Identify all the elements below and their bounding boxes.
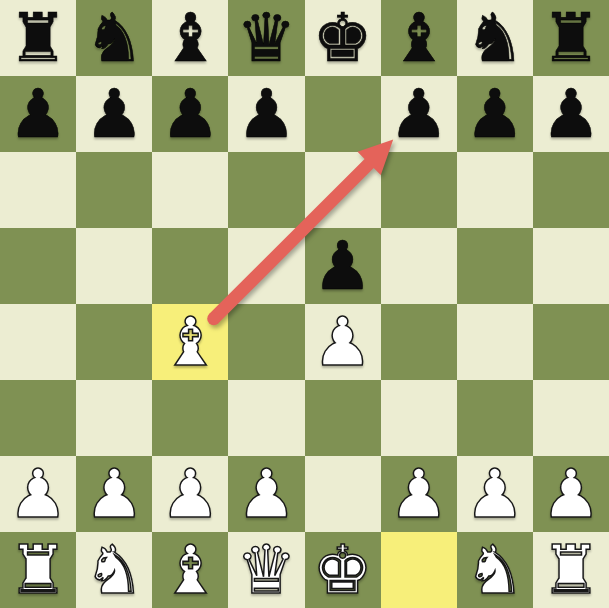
square-c7[interactable]: ♟: [152, 76, 228, 152]
square-b1[interactable]: ♞: [76, 532, 152, 608]
square-c4[interactable]: ♝: [152, 304, 228, 380]
square-e1[interactable]: ♚: [305, 532, 381, 608]
square-f6[interactable]: [381, 152, 457, 228]
piece-white-bishop: ♝: [160, 304, 220, 380]
square-a6[interactable]: [0, 152, 76, 228]
square-h7[interactable]: ♟: [533, 76, 609, 152]
square-g1[interactable]: ♞: [457, 532, 533, 608]
square-g5[interactable]: [457, 228, 533, 304]
square-b3[interactable]: [76, 380, 152, 456]
piece-black-bishop: ♝: [160, 0, 220, 76]
piece-black-pawn: ♟: [541, 76, 601, 152]
square-f2[interactable]: ♟: [381, 456, 457, 532]
piece-white-pawn: ♟: [160, 456, 220, 532]
piece-white-pawn: ♟: [389, 456, 449, 532]
piece-white-bishop: ♝: [160, 532, 220, 608]
square-h1[interactable]: ♜: [533, 532, 609, 608]
piece-white-rook: ♜: [8, 532, 68, 608]
square-d8[interactable]: ♛: [228, 0, 304, 76]
piece-black-king: ♚: [313, 0, 373, 76]
square-h8[interactable]: ♜: [533, 0, 609, 76]
piece-black-pawn: ♟: [84, 76, 144, 152]
square-d1[interactable]: ♛: [228, 532, 304, 608]
square-b2[interactable]: ♟: [76, 456, 152, 532]
square-f7[interactable]: ♟: [381, 76, 457, 152]
square-c3[interactable]: [152, 380, 228, 456]
piece-black-pawn: ♟: [465, 76, 525, 152]
square-e6[interactable]: [305, 152, 381, 228]
piece-black-rook: ♜: [541, 0, 601, 76]
square-f1[interactable]: [381, 532, 457, 608]
piece-black-pawn: ♟: [313, 228, 373, 304]
square-d3[interactable]: [228, 380, 304, 456]
square-h6[interactable]: [533, 152, 609, 228]
square-c2[interactable]: ♟: [152, 456, 228, 532]
piece-white-knight: ♞: [84, 532, 144, 608]
piece-white-knight: ♞: [465, 532, 525, 608]
square-b6[interactable]: [76, 152, 152, 228]
square-g2[interactable]: ♟: [457, 456, 533, 532]
piece-white-king: ♚: [313, 532, 373, 608]
square-h5[interactable]: [533, 228, 609, 304]
piece-black-pawn: ♟: [389, 76, 449, 152]
square-c8[interactable]: ♝: [152, 0, 228, 76]
piece-black-pawn: ♟: [236, 76, 296, 152]
square-d2[interactable]: ♟: [228, 456, 304, 532]
square-a7[interactable]: ♟: [0, 76, 76, 152]
square-c6[interactable]: [152, 152, 228, 228]
square-c5[interactable]: [152, 228, 228, 304]
square-c1[interactable]: ♝: [152, 532, 228, 608]
square-b7[interactable]: ♟: [76, 76, 152, 152]
piece-black-rook: ♜: [8, 0, 68, 76]
square-d6[interactable]: [228, 152, 304, 228]
piece-white-pawn: ♟: [84, 456, 144, 532]
piece-black-pawn: ♟: [8, 76, 68, 152]
square-f8[interactable]: ♝: [381, 0, 457, 76]
piece-black-queen: ♛: [236, 0, 296, 76]
square-f5[interactable]: [381, 228, 457, 304]
square-a1[interactable]: ♜: [0, 532, 76, 608]
square-a4[interactable]: [0, 304, 76, 380]
piece-black-bishop: ♝: [389, 0, 449, 76]
square-g6[interactable]: [457, 152, 533, 228]
square-g4[interactable]: [457, 304, 533, 380]
piece-white-queen: ♛: [236, 532, 296, 608]
square-a8[interactable]: ♜: [0, 0, 76, 76]
piece-white-rook: ♜: [541, 532, 601, 608]
square-a2[interactable]: ♟: [0, 456, 76, 532]
square-e7[interactable]: [305, 76, 381, 152]
square-f4[interactable]: [381, 304, 457, 380]
square-d7[interactable]: ♟: [228, 76, 304, 152]
square-a3[interactable]: [0, 380, 76, 456]
square-e4[interactable]: ♟: [305, 304, 381, 380]
square-h2[interactable]: ♟: [533, 456, 609, 532]
piece-white-pawn: ♟: [236, 456, 296, 532]
square-g7[interactable]: ♟: [457, 76, 533, 152]
square-h4[interactable]: [533, 304, 609, 380]
square-e2[interactable]: [305, 456, 381, 532]
board-grid: ♜♞♝♛♚♝♞♜♟♟♟♟♟♟♟♟♝♟♟♟♟♟♟♟♟♜♞♝♛♚♞♜: [0, 0, 609, 608]
square-a5[interactable]: [0, 228, 76, 304]
square-h3[interactable]: [533, 380, 609, 456]
piece-white-pawn: ♟: [465, 456, 525, 532]
square-e3[interactable]: [305, 380, 381, 456]
square-e5[interactable]: ♟: [305, 228, 381, 304]
square-b4[interactable]: [76, 304, 152, 380]
piece-black-knight: ♞: [84, 0, 144, 76]
piece-white-pawn: ♟: [8, 456, 68, 532]
square-g3[interactable]: [457, 380, 533, 456]
square-b5[interactable]: [76, 228, 152, 304]
square-b8[interactable]: ♞: [76, 0, 152, 76]
square-d5[interactable]: [228, 228, 304, 304]
piece-white-pawn: ♟: [541, 456, 601, 532]
piece-black-knight: ♞: [465, 0, 525, 76]
square-d4[interactable]: [228, 304, 304, 380]
piece-black-pawn: ♟: [160, 76, 220, 152]
square-f3[interactable]: [381, 380, 457, 456]
chess-board: ♜♞♝♛♚♝♞♜♟♟♟♟♟♟♟♟♝♟♟♟♟♟♟♟♟♜♞♝♛♚♞♜: [0, 0, 609, 608]
square-e8[interactable]: ♚: [305, 0, 381, 76]
piece-white-pawn: ♟: [313, 304, 373, 380]
square-g8[interactable]: ♞: [457, 0, 533, 76]
